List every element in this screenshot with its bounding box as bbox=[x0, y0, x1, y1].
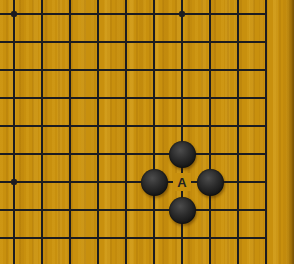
point-R16[interactable] bbox=[196, 0, 224, 28]
star-point-K16 bbox=[11, 11, 17, 17]
point-P13[interactable] bbox=[140, 84, 168, 112]
point-K12[interactable] bbox=[0, 112, 28, 140]
point-O13[interactable] bbox=[112, 84, 140, 112]
point-N15[interactable] bbox=[84, 28, 112, 56]
point-R14[interactable] bbox=[196, 56, 224, 84]
point-O15[interactable] bbox=[112, 28, 140, 56]
point-K9[interactable] bbox=[0, 196, 28, 224]
point-L14[interactable] bbox=[28, 56, 56, 84]
point-O16[interactable] bbox=[112, 0, 140, 28]
point-L12[interactable] bbox=[28, 112, 56, 140]
point-Q14[interactable] bbox=[168, 56, 196, 84]
point-P9[interactable] bbox=[140, 196, 168, 224]
point-S10[interactable] bbox=[224, 168, 252, 196]
point-K13[interactable] bbox=[0, 84, 28, 112]
point-R11[interactable] bbox=[196, 140, 224, 168]
point-P16[interactable] bbox=[140, 0, 168, 28]
point-Q13[interactable] bbox=[168, 84, 196, 112]
black-stone-Q9 bbox=[169, 197, 196, 224]
point-L15[interactable] bbox=[28, 28, 56, 56]
point-M9[interactable] bbox=[56, 196, 84, 224]
point-T9[interactable] bbox=[252, 196, 280, 224]
point-T14[interactable] bbox=[252, 56, 280, 84]
point-L16[interactable] bbox=[28, 0, 56, 28]
point-L10[interactable] bbox=[28, 168, 56, 196]
point-S16[interactable] bbox=[224, 0, 252, 28]
point-N10[interactable] bbox=[84, 168, 112, 196]
point-M8[interactable] bbox=[56, 224, 84, 252]
point-K11[interactable] bbox=[0, 140, 28, 168]
point-M11[interactable] bbox=[56, 140, 84, 168]
point-S12[interactable] bbox=[224, 112, 252, 140]
point-P12[interactable] bbox=[140, 112, 168, 140]
point-S13[interactable] bbox=[224, 84, 252, 112]
point-Q8[interactable] bbox=[168, 224, 196, 252]
point-T8[interactable] bbox=[252, 224, 280, 252]
point-L11[interactable] bbox=[28, 140, 56, 168]
point-L9[interactable] bbox=[28, 196, 56, 224]
point-S9[interactable] bbox=[224, 196, 252, 224]
point-O8[interactable] bbox=[112, 224, 140, 252]
point-label-Q10[interactable]: A bbox=[173, 173, 191, 191]
point-M12[interactable] bbox=[56, 112, 84, 140]
go-board[interactable]: A bbox=[0, 0, 294, 264]
point-label-text: A bbox=[177, 176, 186, 189]
point-M14[interactable] bbox=[56, 56, 84, 84]
point-O14[interactable] bbox=[112, 56, 140, 84]
point-N14[interactable] bbox=[84, 56, 112, 84]
point-O12[interactable] bbox=[112, 112, 140, 140]
point-R9[interactable] bbox=[196, 196, 224, 224]
point-T15[interactable] bbox=[252, 28, 280, 56]
point-K8[interactable] bbox=[0, 224, 28, 252]
point-M10[interactable] bbox=[56, 168, 84, 196]
point-S15[interactable] bbox=[224, 28, 252, 56]
point-P14[interactable] bbox=[140, 56, 168, 84]
point-K15[interactable] bbox=[0, 28, 28, 56]
black-stone-Q11 bbox=[169, 141, 196, 168]
point-M15[interactable] bbox=[56, 28, 84, 56]
point-S14[interactable] bbox=[224, 56, 252, 84]
point-R12[interactable] bbox=[196, 112, 224, 140]
point-R13[interactable] bbox=[196, 84, 224, 112]
point-P8[interactable] bbox=[140, 224, 168, 252]
point-S8[interactable] bbox=[224, 224, 252, 252]
star-point-K10 bbox=[11, 179, 17, 185]
black-stone-P10 bbox=[141, 169, 168, 196]
point-O9[interactable] bbox=[112, 196, 140, 224]
point-T10[interactable] bbox=[252, 168, 280, 196]
point-Q12[interactable] bbox=[168, 112, 196, 140]
point-N16[interactable] bbox=[84, 0, 112, 28]
point-T12[interactable] bbox=[252, 112, 280, 140]
point-L13[interactable] bbox=[28, 84, 56, 112]
star-point-Q16 bbox=[179, 11, 185, 17]
point-L8[interactable] bbox=[28, 224, 56, 252]
point-N9[interactable] bbox=[84, 196, 112, 224]
point-Q15[interactable] bbox=[168, 28, 196, 56]
point-P15[interactable] bbox=[140, 28, 168, 56]
point-K14[interactable] bbox=[0, 56, 28, 84]
point-M16[interactable] bbox=[56, 0, 84, 28]
point-O10[interactable] bbox=[112, 168, 140, 196]
point-S11[interactable] bbox=[224, 140, 252, 168]
point-N11[interactable] bbox=[84, 140, 112, 168]
point-P11[interactable] bbox=[140, 140, 168, 168]
point-N8[interactable] bbox=[84, 224, 112, 252]
black-stone-R10 bbox=[197, 169, 224, 196]
point-T16[interactable] bbox=[252, 0, 280, 28]
point-T11[interactable] bbox=[252, 140, 280, 168]
board-grid-bottom-strip bbox=[0, 252, 280, 264]
point-N13[interactable] bbox=[84, 84, 112, 112]
point-O11[interactable] bbox=[112, 140, 140, 168]
board-grid bbox=[0, 0, 280, 252]
point-T13[interactable] bbox=[252, 84, 280, 112]
point-M13[interactable] bbox=[56, 84, 84, 112]
point-N12[interactable] bbox=[84, 112, 112, 140]
point-R8[interactable] bbox=[196, 224, 224, 252]
point-R15[interactable] bbox=[196, 28, 224, 56]
